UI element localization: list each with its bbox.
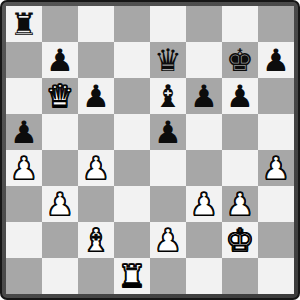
piece-white-pawn[interactable]: ♟ [262, 150, 290, 186]
square-d6[interactable] [114, 78, 150, 114]
square-a7[interactable] [6, 42, 42, 78]
board-frame: ♜♟♛♚♟♛♟♝♟♟♟♟♟♟♟♟♟♟♝♟♚♜ [0, 0, 300, 300]
square-f6[interactable]: ♟ [186, 78, 222, 114]
square-e4[interactable] [150, 150, 186, 186]
square-h1[interactable] [258, 258, 294, 294]
piece-black-pawn[interactable]: ♟ [190, 78, 218, 114]
piece-black-pawn[interactable]: ♟ [82, 78, 110, 114]
piece-white-pawn[interactable]: ♟ [226, 186, 254, 222]
piece-white-bishop[interactable]: ♝ [82, 222, 110, 258]
square-f1[interactable] [186, 258, 222, 294]
square-g4[interactable] [222, 150, 258, 186]
piece-black-bishop[interactable]: ♝ [154, 78, 182, 114]
square-d7[interactable] [114, 42, 150, 78]
square-a6[interactable] [6, 78, 42, 114]
square-h8[interactable] [258, 6, 294, 42]
square-g3[interactable]: ♟ [222, 186, 258, 222]
square-g1[interactable] [222, 258, 258, 294]
square-c8[interactable] [78, 6, 114, 42]
square-d5[interactable] [114, 114, 150, 150]
square-b3[interactable]: ♟ [42, 186, 78, 222]
square-d1[interactable]: ♜ [114, 258, 150, 294]
piece-white-pawn[interactable]: ♟ [82, 150, 110, 186]
square-h5[interactable] [258, 114, 294, 150]
square-c6[interactable]: ♟ [78, 78, 114, 114]
square-c5[interactable] [78, 114, 114, 150]
piece-black-queen[interactable]: ♛ [154, 42, 182, 78]
square-h3[interactable] [258, 186, 294, 222]
square-f4[interactable] [186, 150, 222, 186]
piece-black-pawn[interactable]: ♟ [154, 114, 182, 150]
square-f5[interactable] [186, 114, 222, 150]
square-e5[interactable]: ♟ [150, 114, 186, 150]
square-b7[interactable]: ♟ [42, 42, 78, 78]
square-a2[interactable] [6, 222, 42, 258]
square-h6[interactable] [258, 78, 294, 114]
square-a3[interactable] [6, 186, 42, 222]
square-d4[interactable] [114, 150, 150, 186]
piece-white-pawn[interactable]: ♟ [190, 186, 218, 222]
square-g5[interactable] [222, 114, 258, 150]
square-e6[interactable]: ♝ [150, 78, 186, 114]
piece-black-pawn[interactable]: ♟ [46, 42, 74, 78]
piece-white-pawn[interactable]: ♟ [10, 150, 38, 186]
square-g6[interactable]: ♟ [222, 78, 258, 114]
square-g2[interactable]: ♚ [222, 222, 258, 258]
piece-white-king[interactable]: ♚ [226, 222, 254, 258]
square-h4[interactable]: ♟ [258, 150, 294, 186]
square-c1[interactable] [78, 258, 114, 294]
square-f8[interactable] [186, 6, 222, 42]
square-b8[interactable] [42, 6, 78, 42]
square-b2[interactable] [42, 222, 78, 258]
square-a8[interactable]: ♜ [6, 6, 42, 42]
piece-black-king[interactable]: ♚ [226, 42, 254, 78]
piece-white-pawn[interactable]: ♟ [154, 222, 182, 258]
square-f2[interactable] [186, 222, 222, 258]
square-h2[interactable] [258, 222, 294, 258]
piece-white-queen[interactable]: ♛ [46, 78, 74, 114]
piece-black-rook[interactable]: ♜ [10, 6, 38, 42]
square-b1[interactable] [42, 258, 78, 294]
square-b5[interactable] [42, 114, 78, 150]
piece-black-pawn[interactable]: ♟ [226, 78, 254, 114]
square-f7[interactable] [186, 42, 222, 78]
square-e1[interactable] [150, 258, 186, 294]
square-b4[interactable] [42, 150, 78, 186]
square-e8[interactable] [150, 6, 186, 42]
square-c3[interactable] [78, 186, 114, 222]
square-e3[interactable] [150, 186, 186, 222]
piece-white-pawn[interactable]: ♟ [46, 186, 74, 222]
piece-black-pawn[interactable]: ♟ [262, 42, 290, 78]
square-a1[interactable] [6, 258, 42, 294]
square-b6[interactable]: ♛ [42, 78, 78, 114]
square-c4[interactable]: ♟ [78, 150, 114, 186]
square-g7[interactable]: ♚ [222, 42, 258, 78]
square-c7[interactable] [78, 42, 114, 78]
square-d8[interactable] [114, 6, 150, 42]
piece-black-pawn[interactable]: ♟ [10, 114, 38, 150]
square-a5[interactable]: ♟ [6, 114, 42, 150]
square-g8[interactable] [222, 6, 258, 42]
square-h7[interactable]: ♟ [258, 42, 294, 78]
square-f3[interactable]: ♟ [186, 186, 222, 222]
square-a4[interactable]: ♟ [6, 150, 42, 186]
square-e2[interactable]: ♟ [150, 222, 186, 258]
chess-board: ♜♟♛♚♟♛♟♝♟♟♟♟♟♟♟♟♟♟♝♟♚♜ [6, 6, 294, 294]
square-d2[interactable] [114, 222, 150, 258]
square-d3[interactable] [114, 186, 150, 222]
square-c2[interactable]: ♝ [78, 222, 114, 258]
piece-white-rook[interactable]: ♜ [118, 258, 146, 294]
square-e7[interactable]: ♛ [150, 42, 186, 78]
